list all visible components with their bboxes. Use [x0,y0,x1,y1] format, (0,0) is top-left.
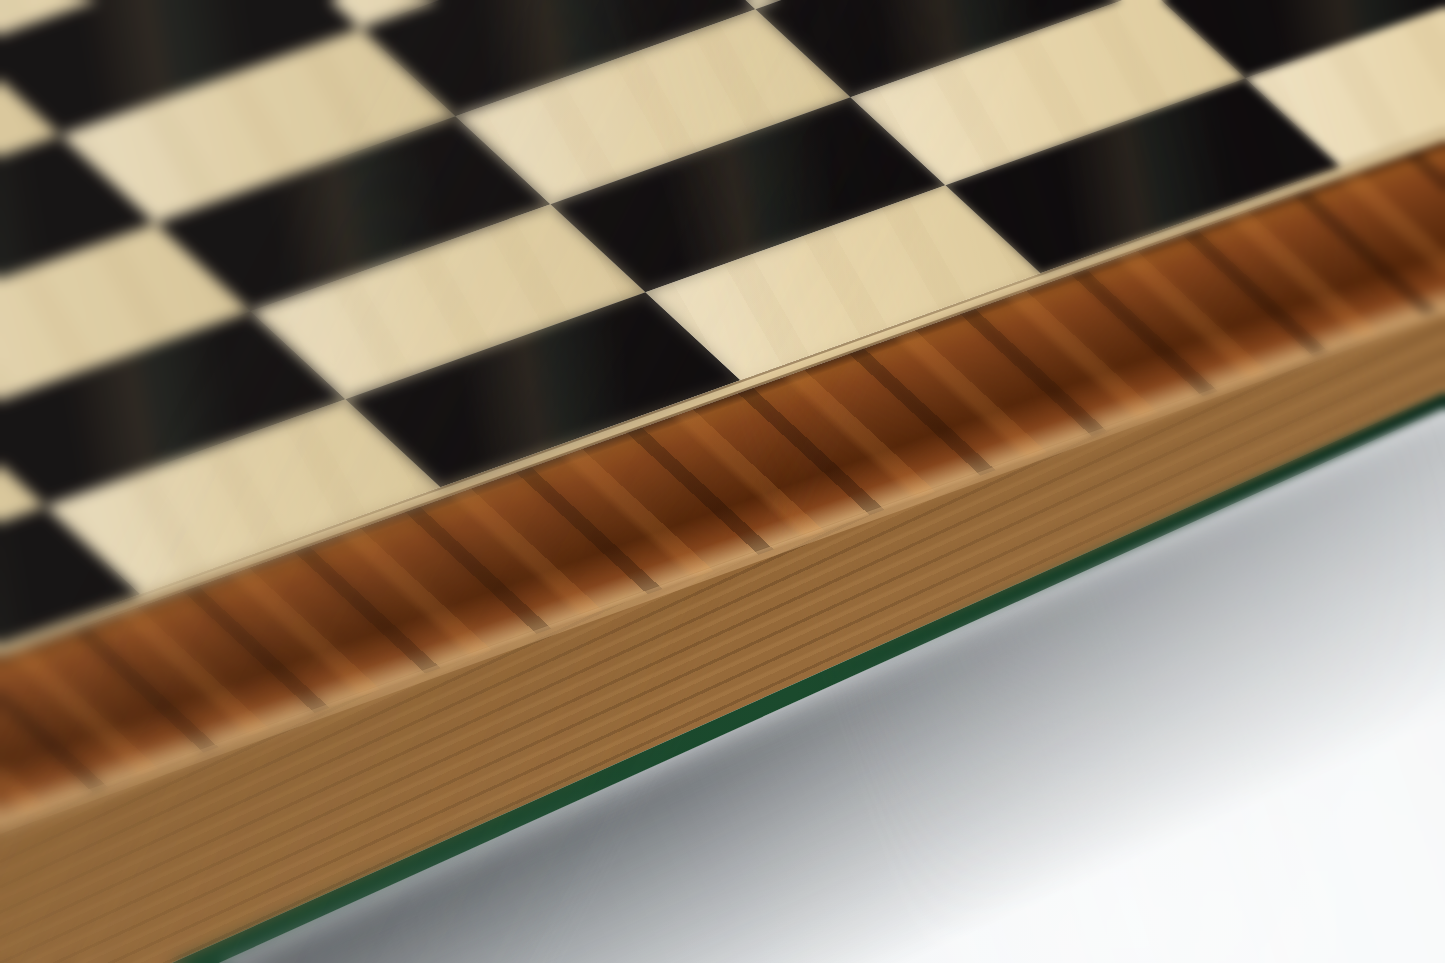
chessboard-photo-scene [0,0,1445,963]
